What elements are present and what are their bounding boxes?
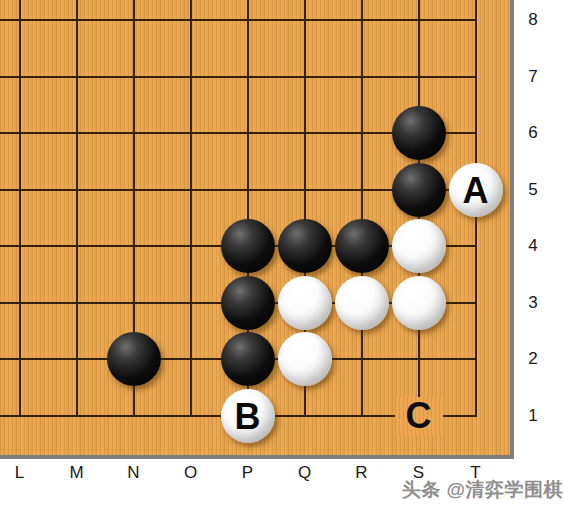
coord-letter-l: L: [15, 463, 24, 483]
stone-black-p4[interactable]: [219, 218, 276, 275]
point-label-text: C: [395, 397, 443, 435]
stone-white-p1[interactable]: B: [219, 388, 276, 445]
coord-letter-n: N: [127, 463, 139, 483]
coord-number-7: 7: [528, 67, 537, 87]
coord-letter-m: M: [69, 463, 83, 483]
black-stone[interactable]: [221, 276, 275, 330]
go-board: ABC: [0, 0, 514, 459]
stone-white-s3[interactable]: [390, 275, 447, 332]
stone-white-s4[interactable]: [390, 218, 447, 275]
white-stone[interactable]: A: [449, 163, 503, 217]
stone-white-t5[interactable]: A: [447, 162, 504, 219]
white-stone[interactable]: [392, 219, 446, 273]
black-stone[interactable]: [278, 219, 332, 273]
stone-black-p2[interactable]: [219, 331, 276, 388]
stone-label-a: A: [463, 173, 489, 209]
stone-black-q4[interactable]: [276, 218, 333, 275]
stones-layer: ABC: [0, 0, 504, 444]
black-stone[interactable]: [107, 332, 161, 386]
stone-white-q3[interactable]: [276, 275, 333, 332]
stone-label-b: B: [235, 399, 261, 435]
white-stone[interactable]: [335, 276, 389, 330]
coord-letter-r: R: [355, 463, 367, 483]
stone-white-r3[interactable]: [333, 275, 390, 332]
stone-white-q2[interactable]: [276, 331, 333, 388]
coord-letter-q: Q: [298, 463, 311, 483]
white-stone[interactable]: [278, 332, 332, 386]
coord-number-6: 6: [528, 123, 537, 143]
coord-letter-o: O: [184, 463, 197, 483]
go-diagram-page: ABC LMNOPQRST 87654321 头条 @清弈学围棋: [0, 0, 564, 507]
black-stone[interactable]: [392, 106, 446, 160]
coord-number-3: 3: [528, 293, 537, 313]
black-stone[interactable]: [335, 219, 389, 273]
stone-black-p3[interactable]: [219, 275, 276, 332]
black-stone[interactable]: [221, 332, 275, 386]
black-stone[interactable]: [221, 219, 275, 273]
stone-black-s6[interactable]: [390, 105, 447, 162]
white-stone[interactable]: [278, 276, 332, 330]
coord-number-8: 8: [528, 10, 537, 30]
coord-number-4: 4: [528, 236, 537, 256]
stone-black-n2[interactable]: [105, 331, 162, 388]
black-stone[interactable]: [392, 163, 446, 217]
watermark: 头条 @清弈学围棋: [402, 477, 563, 503]
coord-letter-p: P: [242, 463, 253, 483]
white-stone[interactable]: B: [221, 389, 275, 443]
stone-black-r4[interactable]: [333, 218, 390, 275]
coord-number-5: 5: [528, 180, 537, 200]
white-stone[interactable]: [392, 276, 446, 330]
stone-black-s5[interactable]: [390, 162, 447, 219]
coord-number-1: 1: [528, 406, 537, 426]
coord-number-2: 2: [528, 349, 537, 369]
point-label-c-s1[interactable]: C: [390, 388, 447, 445]
